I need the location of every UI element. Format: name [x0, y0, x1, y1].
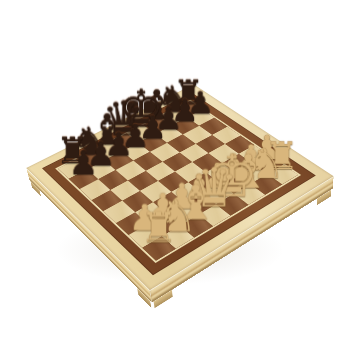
board-foot-right-corner: [317, 189, 332, 205]
board-border-band: ♜♞♝♛♚♝♞♜♟♟♟♟♟♟♟♟♟♟♟♟♟♟♟♟♜♞♝♛♚♝♞♜: [42, 93, 316, 276]
white-rook: ♜: [250, 138, 316, 174]
board-foot-bottom-corner: [154, 290, 173, 308]
product-photo: ♜♞♝♛♚♝♞♜♟♟♟♟♟♟♟♟♟♟♟♟♟♟♟♟♜♞♝♛♚♝♞♜: [0, 0, 340, 340]
board-top-face: ♜♞♝♛♚♝♞♜♟♟♟♟♟♟♟♟♟♟♟♟♟♟♟♟♜♞♝♛♚♝♞♜: [26, 84, 333, 290]
chess-board: ♜♞♝♛♚♝♞♜♟♟♟♟♟♟♟♟♟♟♟♟♟♟♟♟♜♞♝♛♚♝♞♜: [26, 84, 333, 290]
black-rook: ♜: [159, 77, 217, 109]
scene: ♜♞♝♛♚♝♞♜♟♟♟♟♟♟♟♟♟♟♟♟♟♟♟♟♜♞♝♛♚♝♞♜: [0, 0, 340, 340]
board-foot-left-corner: [30, 181, 41, 197]
